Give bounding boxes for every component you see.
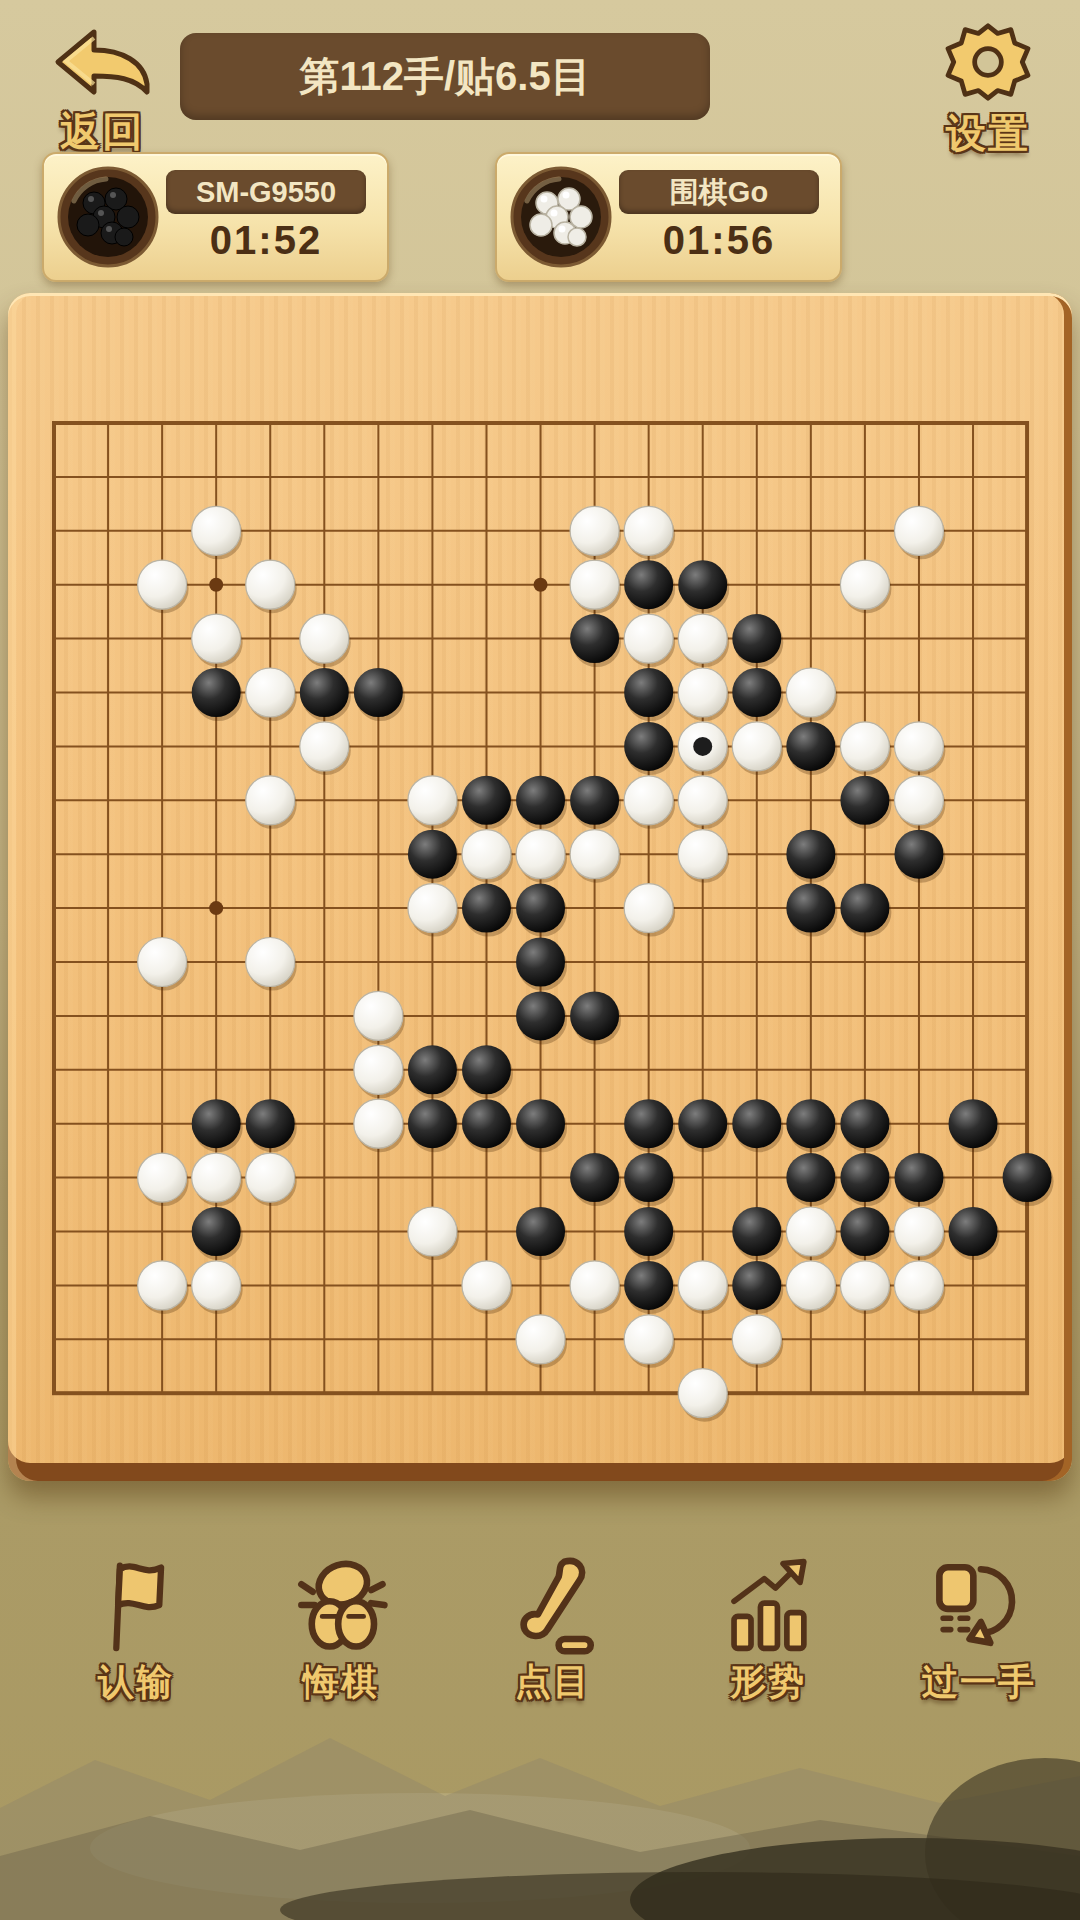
black-stone-bowl-icon	[56, 165, 160, 269]
situation-label: 形势	[693, 1658, 843, 1707]
resign-label: 认输	[61, 1658, 211, 1707]
gear-icon	[942, 88, 1034, 105]
black-player-timer: 01:52	[166, 218, 366, 263]
settings-button-label: 设置	[928, 106, 1048, 161]
move-status-bar: 第112手/贴6.5目	[180, 33, 710, 120]
stones-undo-icon	[266, 1556, 416, 1656]
white-player-name: 围棋Go	[619, 170, 819, 214]
count-points-label: 点目	[478, 1658, 628, 1707]
settings-button[interactable]: 设置	[928, 22, 1048, 140]
black-player-name: SM-G9550	[166, 170, 366, 214]
pass-label: 过一手	[904, 1658, 1054, 1707]
move-status-text: 第112手/贴6.5目	[299, 54, 590, 98]
flag-icon	[61, 1556, 211, 1656]
white-stone-bowl-icon	[509, 165, 613, 269]
count-points-icon	[478, 1556, 628, 1656]
undo-label: 悔棋	[266, 1658, 416, 1707]
go-board-grid	[8, 293, 1072, 1481]
back-button-label: 返回	[42, 104, 162, 159]
back-arrow-icon	[50, 86, 154, 103]
undo-button[interactable]: 悔棋	[266, 1556, 416, 1716]
pass-button[interactable]: 过一手	[904, 1556, 1054, 1716]
player-card-white: 围棋Go 01:56	[495, 152, 842, 282]
trend-chart-icon	[693, 1556, 843, 1656]
count-points-button[interactable]: 点目	[478, 1556, 628, 1716]
go-board[interactable]	[8, 293, 1072, 1481]
pass-turn-icon	[904, 1556, 1054, 1656]
player-card-black: SM-G9550 01:52	[42, 152, 389, 282]
white-player-timer: 01:56	[619, 218, 819, 263]
situation-button[interactable]: 形势	[693, 1556, 843, 1716]
resign-button[interactable]: 认输	[61, 1556, 211, 1716]
go-app-screen: { "header": { "back_label": "返回", "title…	[0, 0, 1080, 1920]
back-button[interactable]: 返回	[42, 26, 162, 144]
